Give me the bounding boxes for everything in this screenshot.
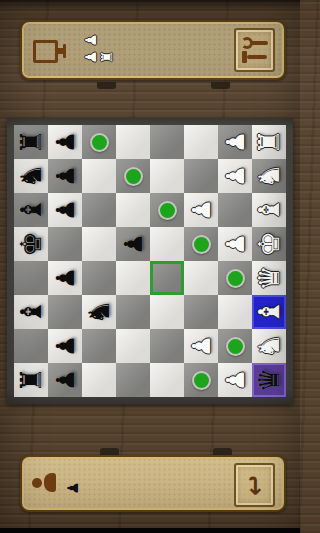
square-d1[interactable]: ♛ [252, 261, 286, 295]
square-h1[interactable]: ♜ [252, 125, 286, 159]
square-e4[interactable] [150, 227, 184, 261]
square-f4[interactable] [150, 193, 184, 227]
piece-white-pawn[interactable]: ♟ [184, 329, 218, 363]
square-e8[interactable]: ♚ [14, 227, 48, 261]
square-g1[interactable]: ♞ [252, 159, 286, 193]
bottom-player-panel: ♟ ↩ [20, 455, 286, 512]
square-d5[interactable] [116, 261, 150, 295]
square-b6[interactable] [82, 329, 116, 363]
legal-move-dot[interactable] [90, 133, 109, 152]
panel-tab [213, 448, 232, 455]
square-b7[interactable]: ♟ [48, 329, 82, 363]
legal-move-dot[interactable] [192, 371, 211, 390]
legal-move-dot[interactable] [158, 201, 177, 220]
person-icon [32, 471, 60, 495]
square-c7[interactable] [48, 295, 82, 329]
monitor-base [63, 44, 66, 58]
square-f3[interactable]: ♟ [184, 193, 218, 227]
square-h2[interactable]: ♟ [218, 125, 252, 159]
square-b1[interactable]: ♞ [252, 329, 286, 363]
captured-white-pawn: ♟ [82, 31, 100, 49]
legal-move-dot[interactable] [226, 337, 245, 356]
square-a5[interactable] [116, 363, 150, 397]
chess-board-frame: ♜♟♟♜♞♟♟♞♝♟♟♝♚♟♟♚♟♛♝♞♝♟♟♞♜♟♟♛ [7, 118, 293, 404]
square-g2[interactable]: ♟ [218, 159, 252, 193]
piece-black-king[interactable]: ♚ [14, 227, 48, 261]
piece-white-knight[interactable]: ♞ [252, 329, 286, 363]
piece-white-knight[interactable]: ♞ [252, 159, 286, 193]
piece-white-queen[interactable]: ♛ [252, 261, 286, 295]
square-d6[interactable] [82, 261, 116, 295]
hammer-icon [242, 51, 247, 63]
square-d2[interactable] [218, 261, 252, 295]
captured-white-rook: ♜ [98, 48, 116, 66]
piece-black-rook[interactable]: ♜ [14, 363, 48, 397]
captured-white-pieces-tray: ♟♟♜ [82, 31, 142, 69]
square-b5[interactable] [116, 329, 150, 363]
piece-black-pawn[interactable]: ♟ [48, 363, 82, 397]
top-player-panel: ♟♟♜ [20, 20, 286, 80]
square-d4[interactable] [150, 261, 184, 295]
square-a6[interactable] [82, 363, 116, 397]
piece-white-bishop[interactable]: ♝ [252, 295, 286, 329]
captured-black-pieces-tray: ♟ [64, 477, 104, 501]
square-f2[interactable] [218, 193, 252, 227]
square-h3[interactable] [184, 125, 218, 159]
square-a4[interactable] [150, 363, 184, 397]
square-c1[interactable]: ♝ [252, 295, 286, 329]
piece-black-pawn[interactable]: ♟ [48, 193, 82, 227]
square-g7[interactable]: ♟ [48, 159, 82, 193]
square-a7[interactable]: ♟ [48, 363, 82, 397]
square-c6[interactable]: ♞ [82, 295, 116, 329]
legal-move-dot[interactable] [226, 269, 245, 288]
piece-white-bishop[interactable]: ♝ [252, 193, 286, 227]
tools-settings-icon [241, 36, 269, 64]
piece-black-pawn[interactable]: ♟ [48, 261, 82, 295]
piece-black-knight[interactable]: ♞ [82, 295, 116, 329]
square-d7[interactable]: ♟ [48, 261, 82, 295]
square-e2[interactable]: ♟ [218, 227, 252, 261]
square-h8[interactable]: ♜ [14, 125, 48, 159]
chess-board: ♜♟♟♜♞♟♟♞♝♟♟♝♚♟♟♚♟♛♝♞♝♟♟♞♜♟♟♛ [14, 125, 286, 397]
square-d8[interactable] [14, 261, 48, 295]
square-e7[interactable] [48, 227, 82, 261]
square-b4[interactable] [150, 329, 184, 363]
piece-white-pawn[interactable]: ♟ [218, 227, 252, 261]
square-c4[interactable] [150, 295, 184, 329]
square-e6[interactable] [82, 227, 116, 261]
square-e1[interactable]: ♚ [252, 227, 286, 261]
square-f7[interactable]: ♟ [48, 193, 82, 227]
piece-black-bishop[interactable]: ♝ [14, 295, 48, 329]
undo-icon: ↩ [242, 475, 267, 496]
square-c8[interactable]: ♝ [14, 295, 48, 329]
piece-white-pawn[interactable]: ♟ [218, 363, 252, 397]
square-b2[interactable] [218, 329, 252, 363]
piece-black-rook[interactable]: ♜ [14, 125, 48, 159]
square-h4[interactable] [150, 125, 184, 159]
square-g8[interactable]: ♞ [14, 159, 48, 193]
piece-black-bishop[interactable]: ♝ [14, 193, 48, 227]
piece-white-pawn[interactable]: ♟ [218, 125, 252, 159]
square-c5[interactable] [116, 295, 150, 329]
square-e3[interactable] [184, 227, 218, 261]
piece-black-knight[interactable]: ♞ [14, 159, 48, 193]
piece-white-pawn[interactable]: ♟ [184, 193, 218, 227]
square-h7[interactable]: ♟ [48, 125, 82, 159]
piece-black-pawn[interactable]: ♟ [48, 159, 82, 193]
square-g5[interactable] [116, 159, 150, 193]
square-a1[interactable]: ♛ [252, 363, 286, 397]
square-c3[interactable] [184, 295, 218, 329]
square-a8[interactable]: ♜ [14, 363, 48, 397]
square-a3[interactable] [184, 363, 218, 397]
panel-tab [211, 82, 230, 89]
piece-black-pawn[interactable]: ♟ [48, 329, 82, 363]
wood-top-shadow [0, 0, 300, 9]
captured-black-pawn: ♟ [64, 479, 82, 497]
screen-bottom-bar [0, 528, 300, 533]
settings-button[interactable] [234, 28, 275, 72]
square-h5[interactable] [116, 125, 150, 159]
piece-black-pawn[interactable]: ♟ [116, 227, 150, 261]
square-e5[interactable]: ♟ [116, 227, 150, 261]
panel-tab [100, 448, 119, 455]
undo-button[interactable]: ↩ [234, 463, 275, 507]
square-a2[interactable]: ♟ [218, 363, 252, 397]
square-b3[interactable]: ♟ [184, 329, 218, 363]
square-b8[interactable] [14, 329, 48, 363]
square-g3[interactable] [184, 159, 218, 193]
legal-move-dot[interactable] [124, 167, 143, 186]
square-f5[interactable] [116, 193, 150, 227]
square-g6[interactable] [82, 159, 116, 193]
square-d3[interactable] [184, 261, 218, 295]
square-f6[interactable] [82, 193, 116, 227]
square-h6[interactable] [82, 125, 116, 159]
square-f1[interactable]: ♝ [252, 193, 286, 227]
legal-move-dot[interactable] [192, 235, 211, 254]
piece-black-pawn[interactable]: ♟ [48, 125, 82, 159]
piece-white-rook[interactable]: ♜ [252, 125, 286, 159]
square-c2[interactable] [218, 295, 252, 329]
square-g4[interactable] [150, 159, 184, 193]
piece-black-queen[interactable]: ♛ [252, 363, 286, 397]
computer-monitor-icon [33, 38, 73, 64]
piece-white-pawn[interactable]: ♟ [218, 159, 252, 193]
monitor-screen [33, 40, 58, 63]
square-f8[interactable]: ♝ [14, 193, 48, 227]
panel-tab [97, 82, 116, 89]
piece-white-king[interactable]: ♚ [252, 227, 286, 261]
